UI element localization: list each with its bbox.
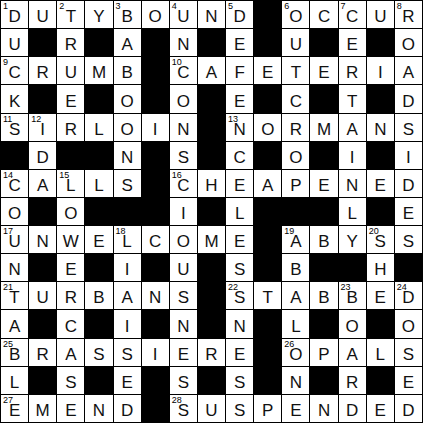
letter-cell-r13c12[interactable]: R — [339, 367, 366, 394]
cell-letter: C — [1, 170, 28, 197]
cell-letter: E — [1, 395, 28, 422]
letter-cell-r14c4[interactable]: D — [114, 395, 141, 422]
letter-cell-r8c6[interactable]: O — [170, 226, 197, 253]
letter-cell-r3c0[interactable]: K — [1, 85, 28, 112]
letter-cell-r5c12[interactable]: I — [339, 142, 366, 169]
black-cell-r3c3 — [85, 85, 112, 112]
cell-letter: O — [339, 310, 366, 337]
letter-cell-r9c6[interactable]: U — [170, 254, 197, 281]
black-cell-r5c13 — [367, 142, 394, 169]
letter-cell-r6c13[interactable]: E — [367, 170, 394, 197]
cell-letter: O — [395, 29, 422, 56]
cell-letter: C — [142, 226, 169, 253]
letter-cell-r14c2[interactable]: E — [57, 395, 84, 422]
letter-cell-r0c12[interactable]: 7C — [339, 1, 366, 28]
black-cell-r13c7 — [198, 367, 225, 394]
letter-cell-r9c13[interactable]: H — [367, 254, 394, 281]
black-cell-r12c9 — [254, 339, 281, 366]
black-cell-r9c1 — [29, 254, 56, 281]
letter-cell-r0c10[interactable]: 6O — [282, 1, 309, 28]
letter-cell-r1c8[interactable]: E — [226, 29, 253, 56]
cell-letter: E — [282, 395, 309, 422]
letter-cell-r4c0[interactable]: 11S — [1, 114, 28, 141]
letter-cell-r14c13[interactable]: E — [367, 395, 394, 422]
letter-cell-r6c4[interactable]: S — [114, 170, 141, 197]
letter-cell-r13c14[interactable]: E — [395, 367, 422, 394]
letter-cell-r14c1[interactable]: M — [29, 395, 56, 422]
letter-cell-r10c2[interactable]: R — [57, 282, 84, 309]
letter-cell-r10c13[interactable]: E — [367, 282, 394, 309]
cell-letter: C — [282, 85, 309, 112]
black-cell-r13c11 — [310, 367, 337, 394]
cell-letter: B — [114, 1, 141, 28]
letter-cell-r4c14[interactable]: S — [395, 114, 422, 141]
letter-cell-r9c8[interactable]: S — [226, 254, 253, 281]
black-cell-r7c7 — [198, 198, 225, 225]
letter-cell-r10c8[interactable]: 22S — [226, 282, 253, 309]
letter-cell-r0c0[interactable]: 1D — [1, 1, 28, 28]
cell-letter: I — [114, 310, 141, 337]
letter-cell-r14c0[interactable]: 27E — [1, 395, 28, 422]
letter-cell-r0c11[interactable]: C — [310, 1, 337, 28]
cell-letter: O — [114, 114, 141, 141]
cell-letter: B — [310, 226, 337, 253]
letter-cell-r11c6[interactable]: N — [170, 310, 197, 337]
letter-cell-r2c4[interactable]: B — [114, 57, 141, 84]
letter-cell-r4c6[interactable]: N — [170, 114, 197, 141]
letter-cell-r4c3[interactable]: L — [85, 114, 112, 141]
letter-cell-r6c3[interactable]: L — [85, 170, 112, 197]
black-cell-r5c7 — [198, 142, 225, 169]
letter-cell-r8c13[interactable]: 20S — [367, 226, 394, 253]
letter-cell-r10c4[interactable]: A — [114, 282, 141, 309]
letter-cell-r4c8[interactable]: 13N — [226, 114, 253, 141]
cell-letter: B — [114, 57, 141, 84]
letter-cell-r0c3[interactable]: Y — [85, 1, 112, 28]
cell-letter: A — [395, 57, 422, 84]
letter-cell-r2c10[interactable]: T — [282, 57, 309, 84]
letter-cell-r3c12[interactable]: T — [339, 85, 366, 112]
cell-letter: A — [339, 114, 366, 141]
cell-letter: E — [226, 170, 253, 197]
letter-cell-r10c0[interactable]: 21T — [1, 282, 28, 309]
cell-letter: E — [170, 339, 197, 366]
black-cell-r11c1 — [29, 310, 56, 337]
black-cell-r2c5 — [142, 57, 169, 84]
black-cell-r7c10 — [282, 198, 309, 225]
letter-cell-r2c2[interactable]: U — [57, 57, 84, 84]
letter-cell-r7c14[interactable]: E — [395, 198, 422, 225]
letter-cell-r14c7[interactable]: U — [198, 395, 225, 422]
letter-cell-r5c8[interactable]: C — [226, 142, 253, 169]
cell-letter: T — [339, 85, 366, 112]
letter-cell-r12c14[interactable]: S — [395, 339, 422, 366]
black-cell-r11c3 — [85, 310, 112, 337]
letter-cell-r3c14[interactable]: D — [395, 85, 422, 112]
letter-cell-r5c1[interactable]: D — [29, 142, 56, 169]
black-cell-r13c5 — [142, 367, 169, 394]
cell-letter: R — [57, 282, 84, 309]
letter-cell-r7c0[interactable]: O — [1, 198, 28, 225]
letter-cell-r8c2[interactable]: W — [57, 226, 84, 253]
letter-cell-r2c14[interactable]: A — [395, 57, 422, 84]
letter-cell-r12c12[interactable]: A — [339, 339, 366, 366]
letter-cell-r14c8[interactable]: S — [226, 395, 253, 422]
letter-cell-r6c1[interactable]: A — [29, 170, 56, 197]
black-cell-r13c1 — [29, 367, 56, 394]
letter-cell-r12c4[interactable]: S — [114, 339, 141, 366]
cell-letter: U — [170, 254, 197, 281]
letter-cell-r8c8[interactable]: E — [226, 226, 253, 253]
cell-letter: O — [114, 85, 141, 112]
black-cell-r7c13 — [367, 198, 394, 225]
letter-cell-r1c6[interactable]: N — [170, 29, 197, 56]
cell-letter: S — [395, 226, 422, 253]
black-cell-r8c9 — [254, 226, 281, 253]
letter-cell-r6c14[interactable]: D — [395, 170, 422, 197]
cell-letter: K — [1, 85, 28, 112]
letter-cell-r1c12[interactable]: E — [339, 29, 366, 56]
letter-cell-r13c10[interactable]: N — [282, 367, 309, 394]
cell-letter: A — [114, 282, 141, 309]
cell-letter: U — [1, 226, 28, 253]
letter-cell-r7c12[interactable]: L — [339, 198, 366, 225]
cell-letter: I — [142, 114, 169, 141]
black-cell-r9c5 — [142, 254, 169, 281]
cell-letter: A — [254, 170, 281, 197]
cell-letter: N — [170, 114, 197, 141]
letter-cell-r2c13[interactable]: I — [367, 57, 394, 84]
cell-letter: E — [114, 367, 141, 394]
letter-cell-r3c10[interactable]: C — [282, 85, 309, 112]
cell-letter: R — [395, 1, 422, 28]
cell-letter: N — [114, 142, 141, 169]
letter-cell-r3c6[interactable]: O — [170, 85, 197, 112]
cell-letter: D — [395, 170, 422, 197]
black-cell-r14c5 — [142, 395, 169, 422]
cell-letter: E — [226, 29, 253, 56]
letter-cell-r12c6[interactable]: E — [170, 339, 197, 366]
cell-letter: S — [114, 339, 141, 366]
letter-cell-r8c10[interactable]: 19A — [282, 226, 309, 253]
letter-cell-r4c13[interactable]: N — [367, 114, 394, 141]
letter-cell-r14c10[interactable]: E — [282, 395, 309, 422]
black-cell-r11c9 — [254, 310, 281, 337]
cell-letter: E — [367, 170, 394, 197]
letter-cell-r12c2[interactable]: A — [57, 339, 84, 366]
black-cell-r5c11 — [310, 142, 337, 169]
letter-cell-r12c1[interactable]: R — [29, 339, 56, 366]
letter-cell-r6c0[interactable]: 14C — [1, 170, 28, 197]
letter-cell-r3c2[interactable]: E — [57, 85, 84, 112]
letter-cell-r8c14[interactable]: S — [395, 226, 422, 253]
cell-letter: D — [1, 1, 28, 28]
letter-cell-r12c10[interactable]: 26O — [282, 339, 309, 366]
letter-cell-r12c13[interactable]: L — [367, 339, 394, 366]
letter-cell-r1c10[interactable]: U — [282, 29, 309, 56]
cell-letter: E — [57, 254, 84, 281]
cell-letter: D — [226, 1, 253, 28]
cell-letter: Y — [85, 1, 112, 28]
letter-cell-r11c10[interactable]: L — [282, 310, 309, 337]
letter-cell-r1c0[interactable]: U — [1, 29, 28, 56]
letter-cell-r12c5[interactable]: I — [142, 339, 169, 366]
cell-letter: N — [367, 114, 394, 141]
cell-letter: I — [339, 142, 366, 169]
letter-cell-r8c3[interactable]: E — [85, 226, 112, 253]
letter-cell-r14c6[interactable]: 28S — [170, 395, 197, 422]
letter-cell-r13c0[interactable]: L — [1, 367, 28, 394]
letter-cell-r5c14[interactable]: I — [395, 142, 422, 169]
cell-letter: D — [114, 395, 141, 422]
letter-cell-r2c0[interactable]: 9C — [1, 57, 28, 84]
cell-letter: E — [57, 85, 84, 112]
letter-cell-r10c11[interactable]: B — [310, 282, 337, 309]
letter-cell-r8c0[interactable]: 17U — [1, 226, 28, 253]
black-cell-r7c5 — [142, 198, 169, 225]
cell-letter: O — [170, 226, 197, 253]
letter-cell-r10c14[interactable]: 24D — [395, 282, 422, 309]
letter-cell-r1c14[interactable]: O — [395, 29, 422, 56]
letter-cell-r12c8[interactable]: E — [226, 339, 253, 366]
letter-cell-r11c4[interactable]: I — [114, 310, 141, 337]
cell-letter: B — [282, 254, 309, 281]
black-cell-r9c14 — [395, 254, 422, 281]
letter-cell-r10c10[interactable]: A — [282, 282, 309, 309]
letter-cell-r11c12[interactable]: O — [339, 310, 366, 337]
black-cell-r3c7 — [198, 85, 225, 112]
letter-cell-r12c3[interactable]: S — [85, 339, 112, 366]
letter-cell-r7c6[interactable]: I — [170, 198, 197, 225]
letter-cell-r9c10[interactable]: B — [282, 254, 309, 281]
letter-cell-r2c9[interactable]: E — [254, 57, 281, 84]
black-cell-r1c3 — [85, 29, 112, 56]
cell-letter: L — [282, 310, 309, 337]
cell-letter: I — [142, 339, 169, 366]
black-cell-r13c13 — [367, 367, 394, 394]
letter-cell-r12c7[interactable]: R — [198, 339, 225, 366]
letter-cell-r8c1[interactable]: N — [29, 226, 56, 253]
cell-letter: H — [367, 254, 394, 281]
letter-cell-r0c5[interactable]: O — [142, 1, 169, 28]
cell-letter: U — [29, 1, 56, 28]
letter-cell-r5c4[interactable]: N — [114, 142, 141, 169]
cell-letter: C — [57, 310, 84, 337]
letter-cell-r10c12[interactable]: 23B — [339, 282, 366, 309]
letter-cell-r0c6[interactable]: 4U — [170, 1, 197, 28]
cell-letter: E — [226, 226, 253, 253]
black-cell-r5c3 — [85, 142, 112, 169]
cell-letter: C — [170, 170, 197, 197]
cell-letter: L — [367, 339, 394, 366]
letter-cell-r11c0[interactable]: A — [1, 310, 28, 337]
cell-letter: R — [282, 114, 309, 141]
letter-cell-r7c8[interactable]: L — [226, 198, 253, 225]
letter-cell-r6c8[interactable]: E — [226, 170, 253, 197]
letter-cell-r6c6[interactable]: 16C — [170, 170, 197, 197]
black-cell-r7c9 — [254, 198, 281, 225]
letter-cell-r8c4[interactable]: 18L — [114, 226, 141, 253]
cell-letter: T — [57, 1, 84, 28]
letter-cell-r14c14[interactable]: D — [395, 395, 422, 422]
letter-cell-r0c13[interactable]: U — [367, 1, 394, 28]
cell-letter: D — [29, 142, 56, 169]
letter-cell-r2c11[interactable]: E — [310, 57, 337, 84]
black-cell-r4c7 — [198, 114, 225, 141]
letter-cell-r14c9[interactable]: P — [254, 395, 281, 422]
letter-cell-r2c8[interactable]: F — [226, 57, 253, 84]
letter-cell-r2c7[interactable]: A — [198, 57, 225, 84]
cell-letter: D — [395, 85, 422, 112]
cell-letter: O — [254, 114, 281, 141]
letter-cell-r2c3[interactable]: M — [85, 57, 112, 84]
cell-letter: I — [170, 198, 197, 225]
letter-cell-r4c2[interactable]: R — [57, 114, 84, 141]
letter-cell-r13c2[interactable]: S — [57, 367, 84, 394]
cell-letter: C — [310, 1, 337, 28]
cell-letter: U — [1, 29, 28, 56]
black-cell-r1c7 — [198, 29, 225, 56]
letter-cell-r1c2[interactable]: R — [57, 29, 84, 56]
letter-cell-r6c9[interactable]: A — [254, 170, 281, 197]
black-cell-r9c9 — [254, 254, 281, 281]
black-cell-r3c9 — [254, 85, 281, 112]
letter-cell-r12c11[interactable]: P — [310, 339, 337, 366]
letter-cell-r11c8[interactable]: N — [226, 310, 253, 337]
letter-cell-r6c10[interactable]: P — [282, 170, 309, 197]
cell-letter: R — [198, 339, 225, 366]
cell-letter: S — [1, 114, 28, 141]
letter-cell-r4c4[interactable]: O — [114, 114, 141, 141]
letter-cell-r10c5[interactable]: N — [142, 282, 169, 309]
letter-cell-r10c6[interactable]: S — [170, 282, 197, 309]
black-cell-r11c13 — [367, 310, 394, 337]
letter-cell-r10c3[interactable]: B — [85, 282, 112, 309]
black-cell-r5c0 — [1, 142, 28, 169]
cell-letter: E — [367, 395, 394, 422]
letter-cell-r4c11[interactable]: M — [310, 114, 337, 141]
letter-cell-r9c4[interactable]: I — [114, 254, 141, 281]
black-cell-r5c5 — [142, 142, 169, 169]
black-cell-r11c7 — [198, 310, 225, 337]
letter-cell-r13c4[interactable]: E — [114, 367, 141, 394]
letter-cell-r5c6[interactable]: S — [170, 142, 197, 169]
cell-letter: O — [282, 339, 309, 366]
cell-letter: N — [226, 310, 253, 337]
cell-letter: H — [198, 170, 225, 197]
letter-cell-r7c2[interactable]: O — [57, 198, 84, 225]
letter-cell-r0c2[interactable]: 2T — [57, 1, 84, 28]
letter-cell-r2c6[interactable]: 10C — [170, 57, 197, 84]
letter-cell-r2c12[interactable]: R — [339, 57, 366, 84]
cell-letter: T — [1, 282, 28, 309]
letter-cell-r6c7[interactable]: H — [198, 170, 225, 197]
cell-letter: O — [282, 1, 309, 28]
letter-cell-r0c14[interactable]: 8R — [395, 1, 422, 28]
cell-letter: M — [310, 114, 337, 141]
cell-letter: L — [57, 170, 84, 197]
cell-letter: L — [1, 367, 28, 394]
letter-cell-r9c0[interactable]: N — [1, 254, 28, 281]
letter-cell-r3c4[interactable]: O — [114, 85, 141, 112]
cell-letter: Y — [339, 226, 366, 253]
letter-cell-r1c4[interactable]: A — [114, 29, 141, 56]
letter-cell-r0c7[interactable]: N — [198, 1, 225, 28]
letter-cell-r8c11[interactable]: B — [310, 226, 337, 253]
letter-cell-r11c2[interactable]: C — [57, 310, 84, 337]
letter-cell-r4c10[interactable]: R — [282, 114, 309, 141]
cell-letter: W — [57, 226, 84, 253]
black-cell-r1c9 — [254, 29, 281, 56]
letter-cell-r11c14[interactable]: O — [395, 310, 422, 337]
black-cell-r9c11 — [310, 254, 337, 281]
letter-cell-r9c2[interactable]: E — [57, 254, 84, 281]
cell-letter: A — [339, 339, 366, 366]
cell-letter: I — [114, 254, 141, 281]
letter-cell-r8c5[interactable]: C — [142, 226, 169, 253]
cell-letter: S — [226, 395, 253, 422]
cell-letter: A — [1, 310, 28, 337]
letter-cell-r5c10[interactable]: O — [282, 142, 309, 169]
cell-letter: D — [395, 282, 422, 309]
letter-cell-r8c12[interactable]: Y — [339, 226, 366, 253]
black-cell-r7c4 — [114, 198, 141, 225]
cell-letter: E — [339, 29, 366, 56]
letter-cell-r2c1[interactable]: R — [29, 57, 56, 84]
letter-cell-r10c9[interactable]: T — [254, 282, 281, 309]
cell-letter: E — [395, 367, 422, 394]
letter-cell-r13c6[interactable]: S — [170, 367, 197, 394]
letter-cell-r10c1[interactable]: U — [29, 282, 56, 309]
cell-letter: A — [198, 57, 225, 84]
letter-cell-r4c5[interactable]: I — [142, 114, 169, 141]
cell-letter: N — [170, 29, 197, 56]
letter-cell-r3c8[interactable]: E — [226, 85, 253, 112]
letter-cell-r0c8[interactable]: 5D — [226, 1, 253, 28]
letter-cell-r0c1[interactable]: U — [29, 1, 56, 28]
cell-letter: R — [57, 29, 84, 56]
letter-cell-r0c4[interactable]: 3B — [114, 1, 141, 28]
letter-cell-r6c12[interactable]: N — [339, 170, 366, 197]
letter-cell-r4c9[interactable]: O — [254, 114, 281, 141]
cell-letter: U — [170, 1, 197, 28]
letter-cell-r4c1[interactable]: 12I — [29, 114, 56, 141]
letter-cell-r14c3[interactable]: N — [85, 395, 112, 422]
cell-letter: S — [57, 367, 84, 394]
letter-cell-r4c12[interactable]: A — [339, 114, 366, 141]
black-cell-r13c3 — [85, 367, 112, 394]
cell-letter: S — [170, 282, 197, 309]
letter-cell-r6c2[interactable]: 15L — [57, 170, 84, 197]
cell-letter: A — [282, 226, 309, 253]
cell-letter: O — [1, 198, 28, 225]
black-cell-r0c9 — [254, 1, 281, 28]
cell-letter: T — [254, 282, 281, 309]
cell-letter: U — [282, 29, 309, 56]
letter-cell-r13c8[interactable]: S — [226, 367, 253, 394]
letter-cell-r14c12[interactable]: D — [339, 395, 366, 422]
cell-letter: S — [114, 170, 141, 197]
cell-letter: O — [170, 85, 197, 112]
letter-cell-r8c7[interactable]: M — [198, 226, 225, 253]
black-cell-r1c5 — [142, 29, 169, 56]
letter-cell-r12c0[interactable]: 25B — [1, 339, 28, 366]
cell-letter: U — [367, 1, 394, 28]
letter-cell-r14c11[interactable]: N — [310, 395, 337, 422]
cell-letter: N — [198, 1, 225, 28]
letter-cell-r6c11[interactable]: E — [310, 170, 337, 197]
cell-letter: S — [226, 254, 253, 281]
